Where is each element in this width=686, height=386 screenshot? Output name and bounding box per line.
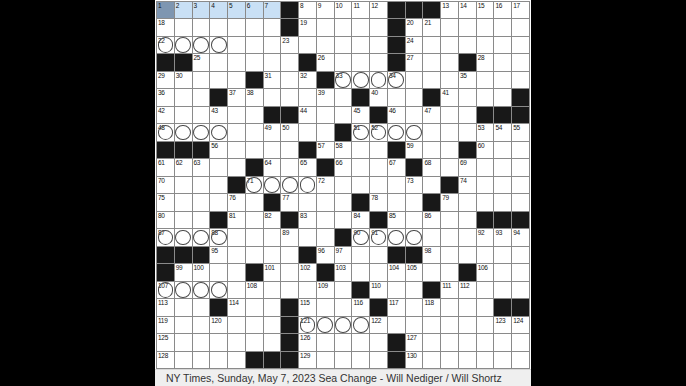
cell-r2c3[interactable] — [193, 19, 210, 35]
cell-r9c10[interactable]: 57 — [317, 142, 334, 158]
cell-r11c10[interactable]: 72 — [317, 177, 334, 193]
cell-r14c19[interactable]: 92 — [477, 229, 494, 245]
cell-r12c9[interactable] — [299, 194, 316, 210]
cell-r1c19[interactable]: 15 — [477, 2, 494, 18]
cell-r13c16[interactable]: 86 — [423, 212, 440, 228]
cell-r16c4[interactable] — [210, 264, 227, 280]
cell-r11c1[interactable]: 70 — [157, 177, 174, 193]
cell-r17c14[interactable] — [388, 282, 405, 298]
cell-r18c6[interactable] — [246, 299, 263, 315]
cell-r1c13[interactable]: 12 — [370, 2, 387, 18]
crossword-grid[interactable]: 1234567891011121314151617181920212223242… — [156, 1, 530, 369]
cell-r21c1[interactable]: 128 — [157, 352, 174, 368]
cell-r8c20[interactable]: 54 — [494, 124, 511, 140]
cell-r12c21[interactable] — [512, 194, 529, 210]
cell-r16c20[interactable] — [494, 264, 511, 280]
cell-r3c16[interactable] — [423, 37, 440, 53]
cell-r14c21[interactable]: 94 — [512, 229, 529, 245]
cell-r15c11[interactable]: 97 — [335, 247, 352, 263]
cell-r6c8[interactable] — [281, 89, 298, 105]
cell-r16c7[interactable]: 101 — [264, 264, 281, 280]
cell-r15c21[interactable] — [512, 247, 529, 263]
cell-r6c7[interactable] — [264, 89, 281, 105]
cell-r17c11[interactable] — [335, 282, 352, 298]
cell-r17c18[interactable]: 112 — [459, 282, 476, 298]
cell-r3c17[interactable] — [441, 37, 458, 53]
cell-r12c19[interactable] — [477, 194, 494, 210]
cell-r11c3[interactable] — [193, 177, 210, 193]
cell-r14c3[interactable] — [193, 229, 210, 245]
cell-r15c19[interactable] — [477, 247, 494, 263]
cell-r10c11[interactable]: 66 — [335, 159, 352, 175]
cell-r5c18[interactable]: 35 — [459, 72, 476, 88]
cell-r3c7[interactable] — [264, 37, 281, 53]
cell-r11c9[interactable] — [299, 177, 316, 193]
cell-r3c4[interactable] — [210, 37, 227, 53]
cell-r1c4[interactable]: 4 — [210, 2, 227, 18]
cell-r3c12[interactable] — [352, 37, 369, 53]
cell-r8c12[interactable]: 51 — [352, 124, 369, 140]
cell-r21c19[interactable] — [477, 352, 494, 368]
cell-r7c1[interactable]: 42 — [157, 107, 174, 123]
cell-r5c19[interactable] — [477, 72, 494, 88]
cell-r10c5[interactable] — [228, 159, 245, 175]
cell-r13c6[interactable] — [246, 212, 263, 228]
cell-r19c19[interactable] — [477, 317, 494, 333]
cell-r15c18[interactable] — [459, 247, 476, 263]
cell-r3c15[interactable]: 24 — [406, 37, 423, 53]
cell-r2c9[interactable]: 19 — [299, 19, 316, 35]
cell-r20c19[interactable] — [477, 334, 494, 350]
cell-r17c19[interactable] — [477, 282, 494, 298]
cell-r19c17[interactable] — [441, 317, 458, 333]
cell-r13c14[interactable]: 85 — [388, 212, 405, 228]
cell-r8c21[interactable]: 55 — [512, 124, 529, 140]
cell-r1c11[interactable]: 10 — [335, 2, 352, 18]
cell-r1c9[interactable]: 8 — [299, 2, 316, 18]
cell-r20c10[interactable] — [317, 334, 334, 350]
cell-r6c11[interactable] — [335, 89, 352, 105]
cell-r2c7[interactable] — [264, 19, 281, 35]
cell-r10c8[interactable] — [281, 159, 298, 175]
cell-r6c6[interactable]: 38 — [246, 89, 263, 105]
cell-r8c5[interactable] — [228, 124, 245, 140]
cell-r7c9[interactable]: 44 — [299, 107, 316, 123]
cell-r8c18[interactable] — [459, 124, 476, 140]
cell-r11c11[interactable] — [335, 177, 352, 193]
cell-r3c5[interactable] — [228, 37, 245, 53]
cell-r11c7[interactable] — [264, 177, 281, 193]
cell-r19c1[interactable]: 119 — [157, 317, 174, 333]
cell-r4c8[interactable] — [281, 54, 298, 70]
cell-r11c13[interactable] — [370, 177, 387, 193]
cell-r10c20[interactable] — [494, 159, 511, 175]
cell-r10c16[interactable]: 68 — [423, 159, 440, 175]
cell-r3c18[interactable] — [459, 37, 476, 53]
cell-r10c4[interactable] — [210, 159, 227, 175]
cell-r11c16[interactable] — [423, 177, 440, 193]
cell-r17c8[interactable] — [281, 282, 298, 298]
cell-r14c14[interactable] — [388, 229, 405, 245]
cell-r11c18[interactable]: 74 — [459, 177, 476, 193]
cell-r12c15[interactable] — [406, 194, 423, 210]
cell-r12c11[interactable] — [335, 194, 352, 210]
cell-r20c5[interactable] — [228, 334, 245, 350]
cell-r20c6[interactable] — [246, 334, 263, 350]
cell-r20c12[interactable] — [352, 334, 369, 350]
cell-r1c2[interactable]: 2 — [175, 2, 192, 18]
cell-r19c12[interactable] — [352, 317, 369, 333]
cell-r8c17[interactable] — [441, 124, 458, 140]
cell-r13c7[interactable]: 82 — [264, 212, 281, 228]
cell-r14c8[interactable]: 89 — [281, 229, 298, 245]
cell-r8c4[interactable] — [210, 124, 227, 140]
cell-r19c10[interactable] — [317, 317, 334, 333]
cell-r8c3[interactable] — [193, 124, 210, 140]
cell-r11c6[interactable]: 71 — [246, 177, 263, 193]
cell-r14c10[interactable] — [317, 229, 334, 245]
cell-r4c11[interactable] — [335, 54, 352, 70]
cell-r5c1[interactable]: 29 — [157, 72, 174, 88]
cell-r4c10[interactable]: 26 — [317, 54, 334, 70]
cell-r18c9[interactable]: 115 — [299, 299, 316, 315]
cell-r21c9[interactable]: 129 — [299, 352, 316, 368]
cell-r21c5[interactable] — [228, 352, 245, 368]
cell-r16c12[interactable] — [352, 264, 369, 280]
cell-r17c7[interactable] — [264, 282, 281, 298]
cell-r8c9[interactable] — [299, 124, 316, 140]
cell-r13c11[interactable] — [335, 212, 352, 228]
cell-r7c16[interactable]: 47 — [423, 107, 440, 123]
cell-r11c19[interactable] — [477, 177, 494, 193]
cell-r18c5[interactable]: 114 — [228, 299, 245, 315]
cell-r15c12[interactable] — [352, 247, 369, 263]
cell-r9c4[interactable]: 56 — [210, 142, 227, 158]
cell-r2c15[interactable]: 20 — [406, 19, 423, 35]
cell-r14c12[interactable]: 90 — [352, 229, 369, 245]
cell-r13c2[interactable] — [175, 212, 192, 228]
cell-r11c8[interactable] — [281, 177, 298, 193]
cell-r19c11[interactable] — [335, 317, 352, 333]
cell-r17c3[interactable] — [193, 282, 210, 298]
cell-r12c18[interactable] — [459, 194, 476, 210]
cell-r21c20[interactable] — [494, 352, 511, 368]
cell-r19c18[interactable] — [459, 317, 476, 333]
cell-r7c6[interactable] — [246, 107, 263, 123]
cell-r18c18[interactable] — [459, 299, 476, 315]
cell-r9c11[interactable]: 58 — [335, 142, 352, 158]
cell-r10c1[interactable]: 61 — [157, 159, 174, 175]
cell-r8c2[interactable] — [175, 124, 192, 140]
cell-r16c21[interactable] — [512, 264, 529, 280]
cell-r20c2[interactable] — [175, 334, 192, 350]
cell-r19c3[interactable] — [193, 317, 210, 333]
cell-r10c14[interactable]: 67 — [388, 159, 405, 175]
cell-r1c17[interactable]: 13 — [441, 2, 458, 18]
cell-r2c20[interactable] — [494, 19, 511, 35]
cell-r3c13[interactable] — [370, 37, 387, 53]
cell-r9c5[interactable] — [228, 142, 245, 158]
cell-r4c16[interactable] — [423, 54, 440, 70]
cell-r5c21[interactable] — [512, 72, 529, 88]
cell-r5c4[interactable] — [210, 72, 227, 88]
cell-r7c5[interactable] — [228, 107, 245, 123]
cell-r19c5[interactable] — [228, 317, 245, 333]
cell-r21c10[interactable] — [317, 352, 334, 368]
cell-r7c17[interactable] — [441, 107, 458, 123]
cell-r12c17[interactable]: 79 — [441, 194, 458, 210]
cell-r13c9[interactable]: 83 — [299, 212, 316, 228]
cell-r15c6[interactable] — [246, 247, 263, 263]
cell-r9c6[interactable] — [246, 142, 263, 158]
cell-r16c11[interactable]: 103 — [335, 264, 352, 280]
cell-r13c15[interactable] — [406, 212, 423, 228]
cell-r6c10[interactable]: 39 — [317, 89, 334, 105]
cell-r12c20[interactable] — [494, 194, 511, 210]
cell-r2c17[interactable] — [441, 19, 458, 35]
cell-r21c11[interactable] — [335, 352, 352, 368]
cell-r20c17[interactable] — [441, 334, 458, 350]
cell-r12c2[interactable] — [175, 194, 192, 210]
cell-r14c7[interactable] — [264, 229, 281, 245]
cell-r21c3[interactable] — [193, 352, 210, 368]
cell-r4c21[interactable] — [512, 54, 529, 70]
cell-r6c9[interactable] — [299, 89, 316, 105]
cell-r5c7[interactable]: 31 — [264, 72, 281, 88]
cell-r20c20[interactable] — [494, 334, 511, 350]
cell-r7c12[interactable]: 45 — [352, 107, 369, 123]
cell-r3c20[interactable] — [494, 37, 511, 53]
cell-r2c13[interactable] — [370, 19, 387, 35]
cell-r3c21[interactable] — [512, 37, 529, 53]
cell-r5c12[interactable] — [352, 72, 369, 88]
cell-r18c11[interactable] — [335, 299, 352, 315]
cell-r3c8[interactable]: 23 — [281, 37, 298, 53]
cell-r15c8[interactable] — [281, 247, 298, 263]
cell-r19c13[interactable]: 122 — [370, 317, 387, 333]
cell-r7c4[interactable]: 43 — [210, 107, 227, 123]
cell-r5c15[interactable] — [406, 72, 423, 88]
cell-r4c3[interactable]: 25 — [193, 54, 210, 70]
cell-r19c9[interactable]: 121 — [299, 317, 316, 333]
cell-r15c5[interactable] — [228, 247, 245, 263]
cell-r4c15[interactable]: 27 — [406, 54, 423, 70]
cell-r20c21[interactable] — [512, 334, 529, 350]
cell-r13c5[interactable]: 81 — [228, 212, 245, 228]
cell-r1c3[interactable]: 3 — [193, 2, 210, 18]
cell-r18c10[interactable] — [317, 299, 334, 315]
cell-r1c1[interactable]: 1 — [157, 2, 174, 18]
cell-r4c13[interactable] — [370, 54, 387, 70]
cell-r20c9[interactable]: 126 — [299, 334, 316, 350]
cell-r10c18[interactable]: 69 — [459, 159, 476, 175]
cell-r2c4[interactable] — [210, 19, 227, 35]
cell-r2c6[interactable] — [246, 19, 263, 35]
cell-r16c17[interactable] — [441, 264, 458, 280]
cell-r20c1[interactable]: 125 — [157, 334, 174, 350]
cell-r20c3[interactable] — [193, 334, 210, 350]
cell-r20c13[interactable] — [370, 334, 387, 350]
cell-r9c20[interactable] — [494, 142, 511, 158]
cell-r17c13[interactable]: 110 — [370, 282, 387, 298]
cell-r2c11[interactable] — [335, 19, 352, 35]
cell-r12c4[interactable] — [210, 194, 227, 210]
cell-r21c12[interactable] — [352, 352, 369, 368]
cell-r14c13[interactable]: 91 — [370, 229, 387, 245]
cell-r21c18[interactable] — [459, 352, 476, 368]
cell-r10c13[interactable] — [370, 159, 387, 175]
cell-r6c1[interactable]: 36 — [157, 89, 174, 105]
cell-r6c15[interactable] — [406, 89, 423, 105]
cell-r7c14[interactable]: 46 — [388, 107, 405, 123]
cell-r9c16[interactable] — [423, 142, 440, 158]
cell-r6c3[interactable] — [193, 89, 210, 105]
cell-r19c21[interactable]: 124 — [512, 317, 529, 333]
cell-r6c13[interactable]: 40 — [370, 89, 387, 105]
cell-r5c20[interactable] — [494, 72, 511, 88]
cell-r13c3[interactable] — [193, 212, 210, 228]
cell-r9c21[interactable] — [512, 142, 529, 158]
cell-r16c5[interactable] — [228, 264, 245, 280]
cell-r7c11[interactable] — [335, 107, 352, 123]
cell-r5c16[interactable] — [423, 72, 440, 88]
cell-r4c17[interactable] — [441, 54, 458, 70]
cell-r17c9[interactable] — [299, 282, 316, 298]
cell-r1c6[interactable]: 6 — [246, 2, 263, 18]
cell-r20c7[interactable] — [264, 334, 281, 350]
cell-r3c9[interactable] — [299, 37, 316, 53]
cell-r14c20[interactable]: 93 — [494, 229, 511, 245]
cell-r14c2[interactable] — [175, 229, 192, 245]
cell-r16c13[interactable] — [370, 264, 387, 280]
cell-r12c5[interactable]: 76 — [228, 194, 245, 210]
cell-r19c6[interactable] — [246, 317, 263, 333]
cell-r2c10[interactable] — [317, 19, 334, 35]
cell-r12c13[interactable]: 78 — [370, 194, 387, 210]
cell-r12c6[interactable] — [246, 194, 263, 210]
cell-r9c17[interactable] — [441, 142, 458, 158]
cell-r4c20[interactable] — [494, 54, 511, 70]
cell-r11c2[interactable] — [175, 177, 192, 193]
cell-r8c6[interactable] — [246, 124, 263, 140]
cell-r3c11[interactable] — [335, 37, 352, 53]
cell-r1c10[interactable]: 9 — [317, 2, 334, 18]
cell-r2c16[interactable]: 21 — [423, 19, 440, 35]
cell-r5c9[interactable]: 32 — [299, 72, 316, 88]
cell-r7c10[interactable] — [317, 107, 334, 123]
cell-r18c17[interactable] — [441, 299, 458, 315]
cell-r13c17[interactable] — [441, 212, 458, 228]
cell-r14c18[interactable] — [459, 229, 476, 245]
cell-r13c18[interactable] — [459, 212, 476, 228]
cell-r19c7[interactable] — [264, 317, 281, 333]
cell-r11c4[interactable] — [210, 177, 227, 193]
cell-r2c5[interactable] — [228, 19, 245, 35]
cell-r5c2[interactable]: 30 — [175, 72, 192, 88]
cell-r9c8[interactable] — [281, 142, 298, 158]
cell-r16c9[interactable]: 102 — [299, 264, 316, 280]
cell-r17c17[interactable]: 111 — [441, 282, 458, 298]
cell-r6c19[interactable] — [477, 89, 494, 105]
cell-r13c10[interactable] — [317, 212, 334, 228]
cell-r6c18[interactable] — [459, 89, 476, 105]
cell-r5c8[interactable] — [281, 72, 298, 88]
cell-r1c18[interactable]: 14 — [459, 2, 476, 18]
cell-r3c10[interactable] — [317, 37, 334, 53]
cell-r17c6[interactable]: 108 — [246, 282, 263, 298]
cell-r4c6[interactable] — [246, 54, 263, 70]
cell-r14c1[interactable]: 87 — [157, 229, 174, 245]
cell-r1c21[interactable]: 17 — [512, 2, 529, 18]
cell-r6c5[interactable]: 37 — [228, 89, 245, 105]
cell-r21c15[interactable]: 130 — [406, 352, 423, 368]
cell-r21c13[interactable] — [370, 352, 387, 368]
cell-r10c21[interactable] — [512, 159, 529, 175]
cell-r8c19[interactable]: 53 — [477, 124, 494, 140]
cell-r17c21[interactable] — [512, 282, 529, 298]
cell-r2c18[interactable] — [459, 19, 476, 35]
cell-r10c7[interactable]: 64 — [264, 159, 281, 175]
cell-r15c13[interactable] — [370, 247, 387, 263]
cell-r18c1[interactable]: 113 — [157, 299, 174, 315]
cell-r20c11[interactable] — [335, 334, 352, 350]
cell-r16c14[interactable]: 104 — [388, 264, 405, 280]
cell-r12c14[interactable] — [388, 194, 405, 210]
cell-r14c4[interactable]: 88 — [210, 229, 227, 245]
cell-r14c16[interactable] — [423, 229, 440, 245]
cell-r9c15[interactable]: 59 — [406, 142, 423, 158]
cell-r17c10[interactable]: 109 — [317, 282, 334, 298]
cell-r21c21[interactable] — [512, 352, 529, 368]
cell-r11c21[interactable] — [512, 177, 529, 193]
cell-r8c13[interactable]: 52 — [370, 124, 387, 140]
cell-r5c14[interactable]: 34 — [388, 72, 405, 88]
cell-r15c4[interactable]: 95 — [210, 247, 227, 263]
cell-r17c5[interactable] — [228, 282, 245, 298]
cell-r19c15[interactable] — [406, 317, 423, 333]
cell-r19c14[interactable] — [388, 317, 405, 333]
cell-r19c20[interactable]: 123 — [494, 317, 511, 333]
cell-r5c17[interactable] — [441, 72, 458, 88]
cell-r11c14[interactable] — [388, 177, 405, 193]
cell-r9c12[interactable] — [352, 142, 369, 158]
cell-r1c12[interactable]: 11 — [352, 2, 369, 18]
cell-r3c2[interactable] — [175, 37, 192, 53]
cell-r7c3[interactable] — [193, 107, 210, 123]
cell-r4c7[interactable] — [264, 54, 281, 70]
cell-r20c16[interactable] — [423, 334, 440, 350]
cell-r18c16[interactable]: 118 — [423, 299, 440, 315]
cell-r18c3[interactable] — [193, 299, 210, 315]
cell-r9c13[interactable] — [370, 142, 387, 158]
cell-r9c19[interactable]: 60 — [477, 142, 494, 158]
cell-r7c15[interactable] — [406, 107, 423, 123]
cell-r12c8[interactable]: 77 — [281, 194, 298, 210]
cell-r8c15[interactable] — [406, 124, 423, 140]
cell-r10c19[interactable] — [477, 159, 494, 175]
cell-r5c3[interactable] — [193, 72, 210, 88]
cell-r3c3[interactable] — [193, 37, 210, 53]
cell-r8c10[interactable] — [317, 124, 334, 140]
cell-r21c4[interactable] — [210, 352, 227, 368]
cell-r5c11[interactable]: 33 — [335, 72, 352, 88]
cell-r8c1[interactable]: 48 — [157, 124, 174, 140]
cell-r18c15[interactable] — [406, 299, 423, 315]
cell-r10c9[interactable]: 65 — [299, 159, 316, 175]
cell-r14c15[interactable] — [406, 229, 423, 245]
cell-r2c19[interactable] — [477, 19, 494, 35]
cell-r7c2[interactable] — [175, 107, 192, 123]
